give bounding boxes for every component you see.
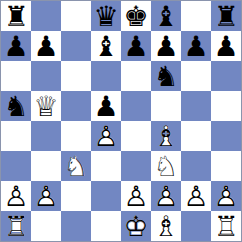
square-a2[interactable]: ♟♙ bbox=[1, 181, 31, 211]
square-g1[interactable] bbox=[181, 211, 211, 241]
square-a7[interactable]: ♟ bbox=[1, 31, 31, 61]
square-h5[interactable] bbox=[211, 91, 241, 121]
square-g4[interactable] bbox=[181, 121, 211, 151]
square-f5[interactable] bbox=[151, 91, 181, 121]
square-f7[interactable]: ♟ bbox=[151, 31, 181, 61]
square-h3[interactable] bbox=[211, 151, 241, 181]
white-pawn: ♟♙ bbox=[1, 181, 31, 211]
white-pawn: ♟♙ bbox=[181, 181, 211, 211]
square-c5[interactable] bbox=[61, 91, 91, 121]
square-b4[interactable] bbox=[31, 121, 61, 151]
square-d8[interactable]: ♛ bbox=[91, 1, 121, 31]
square-b6[interactable] bbox=[31, 61, 61, 91]
black-pawn: ♟ bbox=[121, 31, 151, 61]
square-h8[interactable]: ♜ bbox=[211, 1, 241, 31]
square-e2[interactable]: ♟♙ bbox=[121, 181, 151, 211]
white-bishop: ♝♗ bbox=[151, 121, 181, 151]
white-knight: ♞♘ bbox=[151, 151, 181, 181]
square-h4[interactable] bbox=[211, 121, 241, 151]
square-c4[interactable] bbox=[61, 121, 91, 151]
black-bishop: ♝ bbox=[151, 1, 181, 31]
square-b1[interactable] bbox=[31, 211, 61, 241]
square-d3[interactable] bbox=[91, 151, 121, 181]
square-f2[interactable]: ♟♙ bbox=[151, 181, 181, 211]
square-a4[interactable] bbox=[1, 121, 31, 151]
black-pawn: ♟ bbox=[181, 31, 211, 61]
black-knight: ♞ bbox=[1, 91, 31, 121]
square-b3[interactable] bbox=[31, 151, 61, 181]
square-c2[interactable] bbox=[61, 181, 91, 211]
square-e5[interactable] bbox=[121, 91, 151, 121]
square-e7[interactable]: ♟ bbox=[121, 31, 151, 61]
square-d7[interactable]: ♝ bbox=[91, 31, 121, 61]
square-f1[interactable]: ♝♗ bbox=[151, 211, 181, 241]
white-pawn: ♟♙ bbox=[91, 121, 121, 151]
square-h7[interactable]: ♟ bbox=[211, 31, 241, 61]
square-a8[interactable]: ♜ bbox=[1, 1, 31, 31]
square-a1[interactable]: ♜♖ bbox=[1, 211, 31, 241]
black-pawn: ♟ bbox=[151, 31, 181, 61]
black-bishop: ♝ bbox=[91, 31, 121, 61]
white-rook: ♜♖ bbox=[1, 211, 31, 241]
square-d6[interactable] bbox=[91, 61, 121, 91]
square-g7[interactable]: ♟ bbox=[181, 31, 211, 61]
black-pawn: ♟ bbox=[1, 31, 31, 61]
square-a3[interactable] bbox=[1, 151, 31, 181]
white-rook: ♜♖ bbox=[211, 211, 241, 241]
square-a6[interactable] bbox=[1, 61, 31, 91]
square-g5[interactable] bbox=[181, 91, 211, 121]
black-rook: ♜ bbox=[211, 1, 241, 31]
black-king: ♚ bbox=[121, 1, 151, 31]
square-e3[interactable] bbox=[121, 151, 151, 181]
black-rook: ♜ bbox=[1, 1, 31, 31]
square-f4[interactable]: ♝♗ bbox=[151, 121, 181, 151]
white-queen: ♛♕ bbox=[31, 91, 61, 121]
black-pawn: ♟ bbox=[31, 31, 61, 61]
square-c6[interactable] bbox=[61, 61, 91, 91]
square-c7[interactable] bbox=[61, 31, 91, 61]
square-g6[interactable] bbox=[181, 61, 211, 91]
white-pawn: ♟♙ bbox=[121, 181, 151, 211]
square-d4[interactable]: ♟♙ bbox=[91, 121, 121, 151]
chess-board: ♜♛♚♝♜♟♟♝♟♟♟♟♞♞♛♕♟♟♙♝♗♞♘♞♘♟♙♟♙♟♙♟♙♟♙♟♙♜♖♚… bbox=[0, 0, 242, 242]
white-king: ♚♔ bbox=[121, 211, 151, 241]
square-d2[interactable] bbox=[91, 181, 121, 211]
square-e6[interactable] bbox=[121, 61, 151, 91]
square-g8[interactable] bbox=[181, 1, 211, 31]
white-pawn: ♟♙ bbox=[151, 181, 181, 211]
black-pawn: ♟ bbox=[91, 91, 121, 121]
square-e1[interactable]: ♚♔ bbox=[121, 211, 151, 241]
square-f3[interactable]: ♞♘ bbox=[151, 151, 181, 181]
black-queen: ♛ bbox=[91, 1, 121, 31]
square-d1[interactable] bbox=[91, 211, 121, 241]
square-h2[interactable]: ♟♙ bbox=[211, 181, 241, 211]
square-g2[interactable]: ♟♙ bbox=[181, 181, 211, 211]
square-a5[interactable]: ♞ bbox=[1, 91, 31, 121]
square-h6[interactable] bbox=[211, 61, 241, 91]
white-pawn: ♟♙ bbox=[211, 181, 241, 211]
white-knight: ♞♘ bbox=[61, 151, 91, 181]
square-c8[interactable] bbox=[61, 1, 91, 31]
square-e8[interactable]: ♚ bbox=[121, 1, 151, 31]
square-f6[interactable]: ♞ bbox=[151, 61, 181, 91]
square-b5[interactable]: ♛♕ bbox=[31, 91, 61, 121]
square-b7[interactable]: ♟ bbox=[31, 31, 61, 61]
white-bishop: ♝♗ bbox=[151, 211, 181, 241]
square-b8[interactable] bbox=[31, 1, 61, 31]
square-f8[interactable]: ♝ bbox=[151, 1, 181, 31]
square-c1[interactable] bbox=[61, 211, 91, 241]
square-g3[interactable] bbox=[181, 151, 211, 181]
white-pawn: ♟♙ bbox=[31, 181, 61, 211]
square-c3[interactable]: ♞♘ bbox=[61, 151, 91, 181]
black-knight: ♞ bbox=[151, 61, 181, 91]
square-h1[interactable]: ♜♖ bbox=[211, 211, 241, 241]
square-b2[interactable]: ♟♙ bbox=[31, 181, 61, 211]
square-e4[interactable] bbox=[121, 121, 151, 151]
black-pawn: ♟ bbox=[211, 31, 241, 61]
square-d5[interactable]: ♟ bbox=[91, 91, 121, 121]
